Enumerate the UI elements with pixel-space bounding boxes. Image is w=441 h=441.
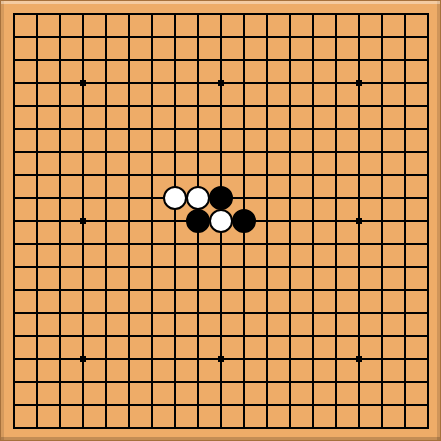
grid-line-vertical [404,13,406,429]
black-stone [232,209,256,233]
grid-line-vertical [289,13,291,429]
grid-line-vertical [381,13,383,429]
grid-line-vertical [335,13,337,429]
star-point [80,356,86,362]
star-point [80,218,86,224]
go-board-area [0,0,441,441]
grid-line-horizontal [13,312,429,314]
go-board[interactable] [0,0,441,441]
grid-line-horizontal [13,266,429,268]
grid-line-horizontal [13,381,429,383]
black-stone [209,186,233,210]
star-point [356,80,362,86]
star-point [356,218,362,224]
star-point [218,80,224,86]
star-point [356,356,362,362]
grid-line-vertical [427,13,429,429]
grid-line-horizontal [13,404,429,406]
white-stone [163,186,187,210]
grid-line-horizontal [13,289,429,291]
grid-line-horizontal [13,335,429,337]
white-stone [186,186,210,210]
star-point [218,356,224,362]
grid-line-vertical [266,13,268,429]
grid-line-horizontal [13,427,429,429]
grid-line-vertical [312,13,314,429]
white-stone [209,209,233,233]
black-stone [186,209,210,233]
star-point [80,80,86,86]
grid-line-horizontal [13,243,429,245]
